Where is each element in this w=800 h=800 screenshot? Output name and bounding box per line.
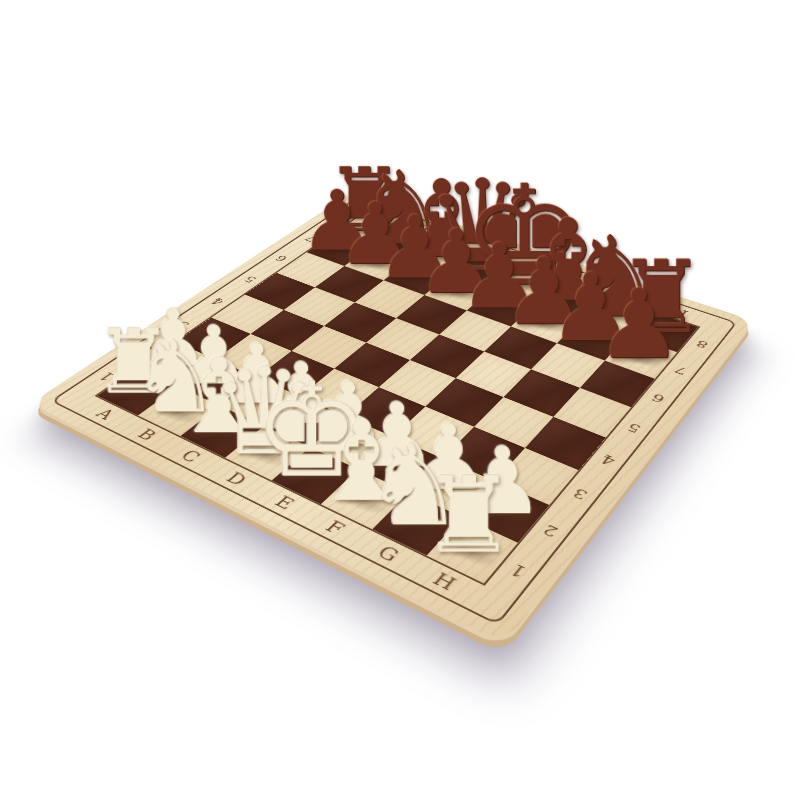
white-rook-h1[interactable]: ♜ [422,462,517,568]
chessboard: ABCDEFGH ABCDEFGH 87654321 87654321 ♜♞♝♛… [30,191,754,645]
product-photo-stage: ABCDEFGH ABCDEFGH 87654321 87654321 ♜♞♝♛… [0,0,800,800]
board-grid: ♜♞♝♛♚♝♞♜♟♟♟♟♟♟♟♟♟♟♟♟♟♟♟♟♜♞♝♛♚♝♞♜ [97,214,698,583]
